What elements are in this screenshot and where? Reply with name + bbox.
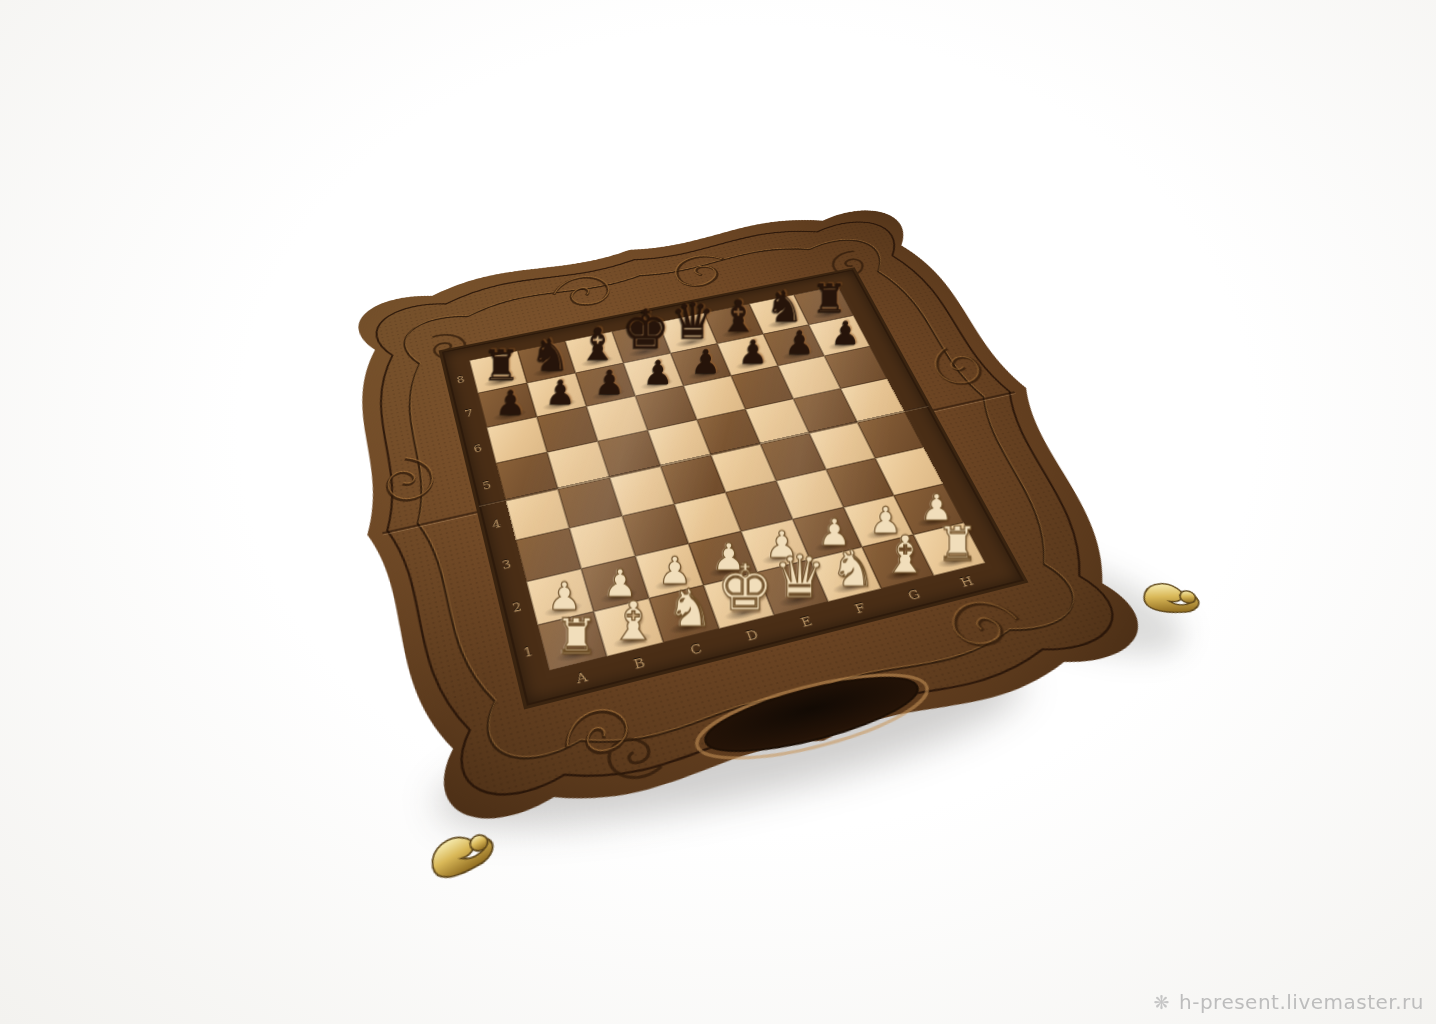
square-c7: ♟ bbox=[575, 363, 635, 406]
black-pawn-f7: ♟ bbox=[739, 336, 769, 369]
black-pawn-a7: ♟ bbox=[496, 386, 527, 420]
rank-label-6: 6 bbox=[472, 442, 483, 454]
black-rook-a8: ♜ bbox=[483, 345, 521, 387]
black-pawn-c7: ♟ bbox=[595, 366, 625, 400]
rank-label-3: 3 bbox=[501, 558, 513, 572]
perspective-scene: ♜♞♝♚♛♝♞♜♟♟♟♟♟♟♟♟♟♟♟♟♟♟♟♟♜♝♞♚♛♞♝♜ 8765432… bbox=[0, 0, 1436, 1024]
white-queen-e1: ♛ bbox=[773, 548, 826, 607]
black-bishop-f8: ♝ bbox=[719, 293, 759, 337]
watermark: ❋ h-present.livemaster.ru bbox=[1154, 990, 1424, 1014]
white-knight-f1: ♞ bbox=[830, 542, 876, 593]
file-label-D: D bbox=[744, 627, 760, 643]
black-rook-h8: ♜ bbox=[812, 279, 848, 319]
flower-icon: ❋ bbox=[1154, 991, 1170, 1013]
black-pawn-b7: ♟ bbox=[546, 376, 576, 410]
white-bishop-b1: ♝ bbox=[610, 594, 658, 648]
carved-wooden-case: ♜♞♝♚♛♝♞♜♟♟♟♟♟♟♟♟♟♟♟♟♟♟♟♟♜♝♞♚♛♞♝♜ 8765432… bbox=[281, 167, 1261, 919]
white-knight-c1: ♞ bbox=[667, 581, 714, 633]
black-pawn-e7: ♟ bbox=[691, 346, 721, 379]
black-bishop-c8: ♝ bbox=[578, 322, 618, 367]
white-rook-a1: ♜ bbox=[555, 612, 599, 662]
rank-label-8: 8 bbox=[455, 374, 465, 385]
black-knight-g8: ♞ bbox=[765, 285, 804, 328]
black-pawn-d7: ♟ bbox=[643, 356, 673, 389]
white-rook-h1: ♜ bbox=[937, 520, 979, 567]
rank-label-7: 7 bbox=[464, 407, 474, 419]
black-pawn-h7: ♟ bbox=[831, 317, 860, 350]
brass-clasp-right bbox=[1140, 582, 1202, 613]
white-bishop-g1: ♝ bbox=[883, 529, 929, 581]
black-knight-b8: ♞ bbox=[530, 332, 570, 377]
photo-backdrop: ♜♞♝♚♛♝♞♜♟♟♟♟♟♟♟♟♟♟♟♟♟♟♟♟♜♝♞♚♛♞♝♜ 8765432… bbox=[0, 0, 1436, 1024]
black-pawn-g7: ♟ bbox=[785, 327, 814, 360]
watermark-text: h-present.livemaster.ru bbox=[1179, 990, 1424, 1014]
white-king-d1: ♚ bbox=[716, 556, 773, 620]
brass-clasp-left bbox=[424, 822, 499, 886]
black-queen-e8: ♛ bbox=[670, 297, 715, 347]
black-king-d8: ♚ bbox=[622, 303, 671, 357]
